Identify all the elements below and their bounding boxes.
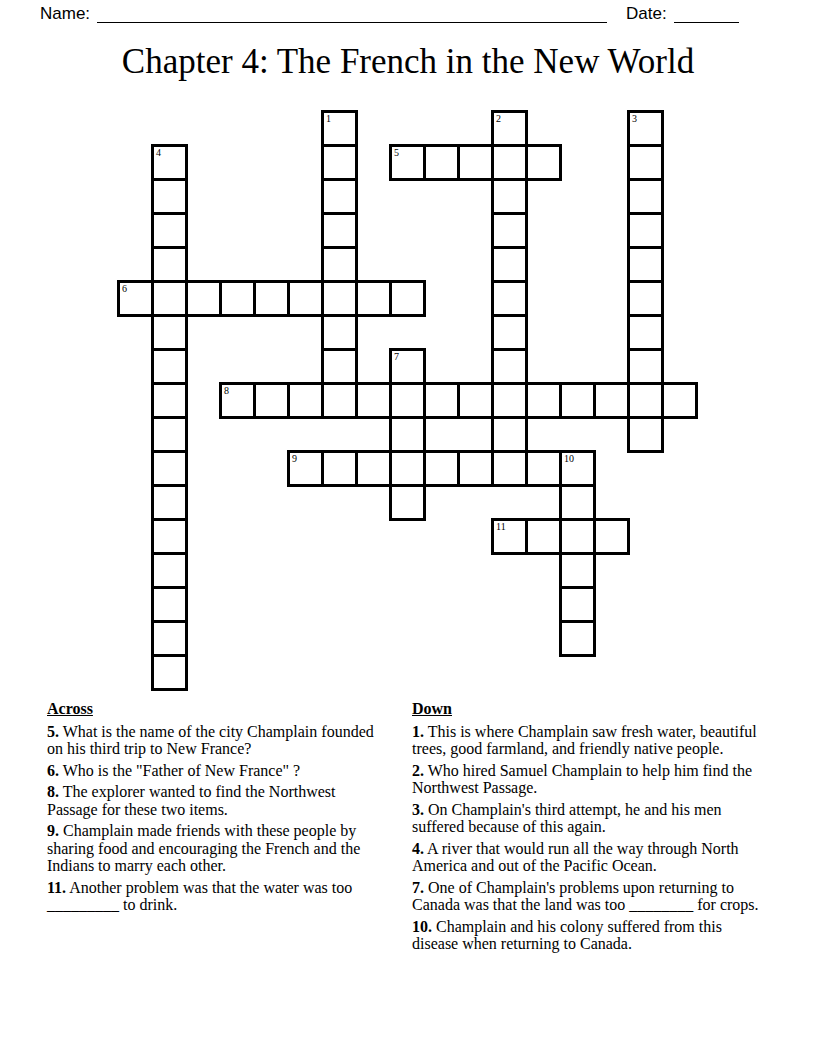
grid-cell[interactable] <box>423 450 460 487</box>
clue: 8. The explorer wanted to find the North… <box>47 783 379 818</box>
grid-cell[interactable] <box>151 348 188 385</box>
clue: 11. Another problem was that the water w… <box>47 879 379 914</box>
grid-cell[interactable] <box>151 450 188 487</box>
grid-cell[interactable]: 2 <box>491 110 528 147</box>
grid-cell[interactable]: 10 <box>559 450 596 487</box>
grid-cell[interactable] <box>151 518 188 555</box>
clue-number: 6. <box>47 762 59 779</box>
grid-cell[interactable] <box>559 552 596 589</box>
grid-cell[interactable] <box>423 144 460 181</box>
grid-cell[interactable] <box>627 178 664 215</box>
grid-cell[interactable] <box>219 280 256 317</box>
grid-cell[interactable] <box>151 620 188 657</box>
grid-cell[interactable] <box>491 416 528 453</box>
grid-cell[interactable] <box>151 280 188 317</box>
clue-number: 5. <box>47 723 59 740</box>
grid-cell[interactable] <box>627 212 664 249</box>
grid-cell[interactable] <box>321 178 358 215</box>
grid-cell[interactable]: 6 <box>117 280 154 317</box>
grid-cell[interactable] <box>355 382 392 419</box>
grid-cell[interactable] <box>491 246 528 283</box>
grid-cell[interactable] <box>627 246 664 283</box>
grid-cell[interactable] <box>491 314 528 351</box>
grid-cell[interactable] <box>491 212 528 249</box>
grid-cell[interactable] <box>423 382 460 419</box>
grid-cell[interactable] <box>491 450 528 487</box>
grid-cell[interactable] <box>491 178 528 215</box>
grid-cell[interactable] <box>321 450 358 487</box>
grid-cell[interactable] <box>389 416 426 453</box>
grid-cell[interactable]: 8 <box>219 382 256 419</box>
grid-cell[interactable] <box>151 654 188 691</box>
clue: 4. A river that would run all the way th… <box>412 840 760 875</box>
cell-number: 4 <box>156 147 161 159</box>
grid-cell[interactable] <box>457 144 494 181</box>
down-clue-list: Down 1. This is where Champlain saw fres… <box>412 700 760 957</box>
grid-cell[interactable] <box>321 246 358 283</box>
grid-cell[interactable] <box>151 382 188 419</box>
grid-cell[interactable] <box>627 314 664 351</box>
grid-cell[interactable] <box>627 416 664 453</box>
down-clues: 1. This is where Champlain saw fresh wat… <box>412 723 760 953</box>
name-blank-line <box>97 2 607 23</box>
grid-cell[interactable] <box>559 518 596 555</box>
clue-number: 4. <box>412 840 424 857</box>
crossword-grid: 1234567891011 <box>117 110 699 692</box>
clue-number: 2. <box>412 762 424 779</box>
grid-cell[interactable] <box>253 280 290 317</box>
clue-number: 3. <box>412 801 424 818</box>
cell-number: 11 <box>496 521 506 533</box>
down-heading: Down <box>412 700 760 718</box>
grid-cell[interactable] <box>593 382 630 419</box>
grid-cell[interactable] <box>389 450 426 487</box>
name-label: Name: <box>40 4 90 24</box>
grid-cell[interactable] <box>185 280 222 317</box>
clue: 3. On Champlain's third attempt, he and … <box>412 801 760 836</box>
clue: 1. This is where Champlain saw fresh wat… <box>412 723 760 758</box>
grid-cell[interactable] <box>321 144 358 181</box>
grid-cell[interactable] <box>151 552 188 589</box>
grid-cell[interactable] <box>151 416 188 453</box>
cell-number: 10 <box>564 453 574 465</box>
grid-cell[interactable] <box>355 450 392 487</box>
cell-number: 7 <box>394 351 399 363</box>
clue: 6. Who is the "Father of New France" ? <box>47 762 379 780</box>
grid-cell[interactable] <box>491 382 528 419</box>
clue: 9. Champlain made friends with these peo… <box>47 822 379 875</box>
grid-cell[interactable] <box>593 518 630 555</box>
grid-cell[interactable]: 4 <box>151 144 188 181</box>
grid-cell[interactable] <box>491 280 528 317</box>
grid-cell[interactable] <box>389 484 426 521</box>
grid-cell[interactable] <box>525 518 562 555</box>
grid-cell[interactable] <box>389 382 426 419</box>
grid-cell[interactable] <box>321 382 358 419</box>
date-blank-line <box>674 2 739 23</box>
grid-cell[interactable]: 7 <box>389 348 426 385</box>
cell-number: 3 <box>632 113 637 125</box>
grid-cell[interactable] <box>627 280 664 317</box>
grid-cell[interactable]: 5 <box>389 144 426 181</box>
grid-cell[interactable] <box>151 586 188 623</box>
cell-number: 8 <box>224 385 229 397</box>
grid-cell[interactable] <box>457 450 494 487</box>
grid-cell[interactable] <box>151 212 188 249</box>
grid-cell[interactable] <box>491 144 528 181</box>
grid-cell[interactable] <box>321 348 358 385</box>
crossword-worksheet-page: { "header": { "name_label": "Name:", "da… <box>0 0 816 1056</box>
grid-cell[interactable] <box>525 144 562 181</box>
grid-cell[interactable] <box>389 280 426 317</box>
grid-cell[interactable]: 3 <box>627 110 664 147</box>
cell-number: 2 <box>496 113 501 125</box>
grid-cell[interactable] <box>525 450 562 487</box>
grid-cell[interactable] <box>151 484 188 521</box>
clue-number: 9. <box>47 822 59 839</box>
grid-cell[interactable]: 1 <box>321 110 358 147</box>
grid-cell[interactable] <box>559 620 596 657</box>
cell-number: 6 <box>122 283 127 295</box>
grid-cell[interactable] <box>627 382 664 419</box>
across-clues: 5. What is the name of the city Champlai… <box>47 723 379 914</box>
clue-number: 7. <box>412 879 424 896</box>
grid-cell[interactable] <box>321 212 358 249</box>
grid-cell[interactable]: 9 <box>287 450 324 487</box>
grid-cell[interactable] <box>661 382 698 419</box>
grid-cell[interactable] <box>627 144 664 181</box>
grid-cell[interactable] <box>287 280 324 317</box>
grid-cell[interactable] <box>151 246 188 283</box>
grid-cell[interactable] <box>559 382 596 419</box>
grid-cell[interactable] <box>287 382 324 419</box>
date-label: Date: <box>626 4 667 24</box>
cell-number: 5 <box>394 147 399 159</box>
across-heading: Across <box>47 700 379 718</box>
grid-cell[interactable] <box>355 280 392 317</box>
grid-cell[interactable] <box>559 586 596 623</box>
grid-cell[interactable] <box>559 484 596 521</box>
grid-cell[interactable] <box>457 382 494 419</box>
across-clue-list: Across 5. What is the name of the city C… <box>47 700 379 918</box>
grid-cell[interactable] <box>491 348 528 385</box>
clue: 10. Champlain and his colony suffered fr… <box>412 918 760 953</box>
clue: 2. Who hired Samuel Champlain to help hi… <box>412 762 760 797</box>
clue-number: 8. <box>47 783 59 800</box>
grid-cell[interactable]: 11 <box>491 518 528 555</box>
grid-cell[interactable] <box>525 382 562 419</box>
grid-cell[interactable] <box>321 280 358 317</box>
clue-number: 11. <box>47 879 66 896</box>
clue-number: 10. <box>412 918 432 935</box>
page-title: Chapter 4: The French in the New World <box>0 42 816 82</box>
clue: 7. One of Champlain's problems upon retu… <box>412 879 760 914</box>
cell-number: 9 <box>292 453 297 465</box>
clue: 5. What is the name of the city Champlai… <box>47 723 379 758</box>
clue-number: 1. <box>412 723 424 740</box>
cell-number: 1 <box>326 113 331 125</box>
grid-cell[interactable] <box>627 348 664 385</box>
grid-cell[interactable] <box>321 314 358 351</box>
grid-cell[interactable] <box>151 314 188 351</box>
grid-cell[interactable] <box>151 178 188 215</box>
grid-cell[interactable] <box>253 382 290 419</box>
